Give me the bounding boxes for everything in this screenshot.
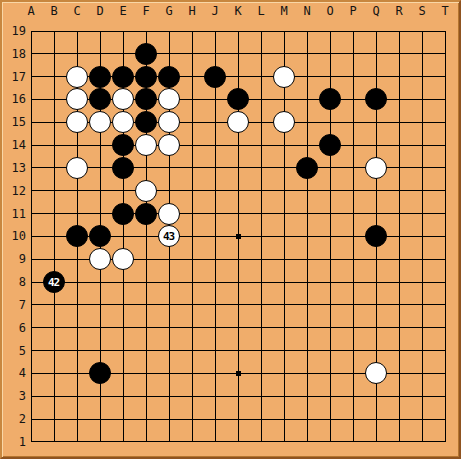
row-label-2: 2	[2, 413, 26, 425]
col-label-C: C	[73, 5, 80, 17]
white-stone-E15[interactable]	[112, 111, 134, 133]
col-label-A: A	[27, 5, 34, 17]
col-label-R: R	[395, 5, 402, 17]
black-stone-O16[interactable]	[319, 88, 341, 110]
black-stone-O14[interactable]	[319, 134, 341, 156]
black-stone-Q16[interactable]	[365, 88, 387, 110]
go-board[interactable]: ABCDEFGHJKLMNOPQRST 19181716151413121110…	[0, 0, 461, 459]
black-stone-F17[interactable]	[135, 66, 157, 88]
white-stone-G10-move-43[interactable]: 43	[158, 225, 180, 247]
row-label-17: 17	[2, 71, 26, 83]
white-stone-G14[interactable]	[158, 134, 180, 156]
white-stone-M17[interactable]	[273, 66, 295, 88]
col-label-K: K	[234, 5, 241, 17]
white-stone-F12[interactable]	[135, 180, 157, 202]
black-stone-E13[interactable]	[112, 157, 134, 179]
row-label-8: 8	[2, 276, 26, 288]
col-label-S: S	[418, 5, 425, 17]
black-stone-C10[interactable]	[66, 225, 88, 247]
white-stone-G11[interactable]	[158, 203, 180, 225]
white-stone-C13[interactable]	[66, 157, 88, 179]
white-stone-C17[interactable]	[66, 66, 88, 88]
white-stone-G15[interactable]	[158, 111, 180, 133]
black-stone-J17[interactable]	[204, 66, 226, 88]
row-label-10: 10	[2, 230, 26, 242]
black-stone-D17[interactable]	[89, 66, 111, 88]
col-label-Q: Q	[372, 5, 379, 17]
row-label-12: 12	[2, 185, 26, 197]
col-label-T: T	[441, 5, 448, 17]
black-stone-B8-move-42[interactable]: 42	[43, 271, 65, 293]
white-stone-F14[interactable]	[135, 134, 157, 156]
col-label-E: E	[119, 5, 126, 17]
white-stone-Q4[interactable]	[365, 362, 387, 384]
star-point-K4	[236, 371, 241, 376]
black-stone-E14[interactable]	[112, 134, 134, 156]
white-stone-M15[interactable]	[273, 111, 295, 133]
black-stone-F15[interactable]	[135, 111, 157, 133]
black-stone-F11[interactable]	[135, 203, 157, 225]
row-label-3: 3	[2, 390, 26, 402]
row-label-15: 15	[2, 116, 26, 128]
white-stone-K15[interactable]	[227, 111, 249, 133]
black-stone-K16[interactable]	[227, 88, 249, 110]
white-stone-D9[interactable]	[89, 248, 111, 270]
row-label-11: 11	[2, 208, 26, 220]
row-label-7: 7	[2, 299, 26, 311]
black-stone-Q10[interactable]	[365, 225, 387, 247]
white-stone-C15[interactable]	[66, 111, 88, 133]
black-stone-E17[interactable]	[112, 66, 134, 88]
white-stone-C16[interactable]	[66, 88, 88, 110]
row-label-6: 6	[2, 322, 26, 334]
row-label-16: 16	[2, 93, 26, 105]
col-label-L: L	[257, 5, 264, 17]
col-label-F: F	[142, 5, 149, 17]
row-label-5: 5	[2, 345, 26, 357]
row-label-19: 19	[2, 25, 26, 37]
row-label-18: 18	[2, 48, 26, 60]
black-stone-F18[interactable]	[135, 43, 157, 65]
col-label-G: G	[165, 5, 172, 17]
white-stone-Q13[interactable]	[365, 157, 387, 179]
col-label-D: D	[96, 5, 103, 17]
col-label-N: N	[303, 5, 310, 17]
row-label-14: 14	[2, 139, 26, 151]
col-label-H: H	[188, 5, 195, 17]
black-stone-D16[interactable]	[89, 88, 111, 110]
row-label-4: 4	[2, 367, 26, 379]
col-label-J: J	[211, 5, 218, 17]
black-stone-F16[interactable]	[135, 88, 157, 110]
row-label-1: 1	[2, 436, 26, 448]
white-stone-E9[interactable]	[112, 248, 134, 270]
col-label-O: O	[326, 5, 333, 17]
black-stone-G17[interactable]	[158, 66, 180, 88]
white-stone-E16[interactable]	[112, 88, 134, 110]
black-stone-D4[interactable]	[89, 362, 111, 384]
star-point-K10	[236, 234, 241, 239]
row-label-9: 9	[2, 253, 26, 265]
col-label-B: B	[50, 5, 57, 17]
black-stone-D10[interactable]	[89, 225, 111, 247]
white-stone-G16[interactable]	[158, 88, 180, 110]
col-label-P: P	[349, 5, 356, 17]
black-stone-N13[interactable]	[296, 157, 318, 179]
black-stone-E11[interactable]	[112, 203, 134, 225]
row-label-13: 13	[2, 162, 26, 174]
white-stone-D15[interactable]	[89, 111, 111, 133]
col-label-M: M	[280, 5, 287, 17]
